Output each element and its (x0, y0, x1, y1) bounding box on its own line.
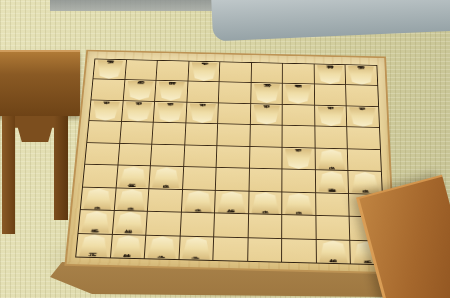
square-7c[interactable]: 歩兵 (154, 102, 186, 123)
piece-pawn-gote-2c[interactable]: 歩兵 (317, 106, 345, 126)
square-4g[interactable]: 歩兵 (249, 191, 282, 214)
piece-gold-sente-6i[interactable]: 金将 (181, 237, 211, 259)
piece-gold-gote-6a[interactable]: 金将 (190, 62, 218, 81)
piece-pawn-sente-3g[interactable]: 歩兵 (285, 193, 314, 214)
square-5i[interactable] (214, 237, 248, 261)
piece-stand-left-leg (54, 116, 68, 220)
square-7i[interactable]: 金将 (145, 235, 180, 259)
square-9a[interactable]: 香車 (93, 59, 125, 79)
square-5g[interactable]: 銀将 (215, 191, 248, 214)
piece-bishop-gote-4b[interactable]: 角行 (253, 84, 280, 103)
piece-pawn-gote-7c[interactable]: 歩兵 (156, 102, 185, 122)
square-5e[interactable] (217, 146, 249, 168)
square-6b[interactable] (187, 82, 219, 103)
piece-silver-sente-8h[interactable]: 銀将 (115, 212, 145, 234)
piece-rook-sente-2f[interactable]: 飛車 (318, 171, 347, 192)
piece-rook-gote-3b[interactable]: 飛車 (285, 85, 312, 104)
square-1d[interactable] (348, 127, 380, 149)
square-3g[interactable]: 歩兵 (283, 192, 316, 215)
square-8b[interactable]: 玉将 (123, 80, 155, 101)
square-9c[interactable]: 歩兵 (89, 100, 122, 121)
board-surface: 香車金将桂馬香車玉将銀将角行飛車歩兵歩兵歩兵歩兵歩兵歩兵歩兵歩兵歩兵角行歩兵飛車… (64, 50, 396, 274)
piece-knight-gote-2a[interactable]: 桂馬 (316, 65, 343, 84)
square-7a[interactable] (157, 61, 189, 81)
piece-silver-sente-5g[interactable]: 銀将 (217, 191, 246, 212)
square-9d[interactable] (87, 121, 120, 142)
square-4i[interactable] (248, 238, 282, 262)
square-5c[interactable] (218, 103, 250, 124)
square-5f[interactable] (216, 168, 249, 190)
piece-lance-gote-1a[interactable]: 香車 (348, 66, 376, 85)
square-4e[interactable] (250, 147, 282, 169)
square-2d[interactable] (315, 127, 347, 149)
square-8d[interactable] (120, 122, 153, 143)
square-1a[interactable]: 香車 (346, 65, 377, 85)
square-5h[interactable] (214, 213, 247, 236)
square-6d[interactable] (185, 124, 217, 145)
shogi-board: 香車金将桂馬香車玉将銀将角行飛車歩兵歩兵歩兵歩兵歩兵歩兵歩兵歩兵歩兵角行歩兵飛車… (64, 50, 396, 274)
square-4a[interactable] (251, 63, 282, 83)
piece-pawn-gote-3e[interactable]: 歩兵 (285, 148, 313, 169)
piece-pawn-gote-6c[interactable]: 歩兵 (188, 103, 216, 123)
square-9g[interactable]: 歩兵 (81, 187, 115, 210)
piece-stand-left-top (0, 50, 80, 116)
square-3b[interactable]: 飛車 (283, 84, 314, 105)
square-1b[interactable] (346, 85, 378, 106)
square-6i[interactable]: 金将 (179, 236, 213, 260)
square-7f[interactable]: 歩兵 (149, 166, 182, 188)
square-6e[interactable] (184, 145, 217, 167)
piece-stand-left (0, 50, 80, 240)
piece-pawn-sente-2e[interactable]: 歩兵 (317, 149, 345, 170)
square-3i[interactable] (282, 239, 315, 263)
piece-pawn-gote-8c[interactable]: 歩兵 (124, 102, 153, 122)
square-3a[interactable] (283, 64, 314, 84)
square-5d[interactable] (218, 124, 250, 145)
square-4h[interactable] (248, 214, 281, 237)
square-4d[interactable] (250, 125, 282, 146)
square-1f[interactable]: 歩兵 (349, 171, 382, 193)
square-7h[interactable] (146, 212, 180, 235)
square-2b[interactable] (315, 85, 346, 106)
square-9h[interactable]: 香車 (79, 210, 114, 233)
square-3f[interactable] (283, 170, 315, 192)
square-8e[interactable] (118, 144, 151, 166)
square-7g[interactable] (148, 189, 182, 212)
piece-lance-sente-9h[interactable]: 香車 (81, 211, 112, 233)
piece-gold-sente-7i[interactable]: 金将 (147, 236, 177, 258)
square-1c[interactable]: 歩兵 (347, 106, 379, 127)
shogi-photo-scene: 香車金将桂馬香車玉将銀将角行飛車歩兵歩兵歩兵歩兵歩兵歩兵歩兵歩兵歩兵角行歩兵飛車… (0, 0, 450, 298)
square-6c[interactable]: 歩兵 (186, 102, 218, 123)
piece-pawn-sente-4g[interactable]: 歩兵 (251, 192, 280, 213)
square-3d[interactable] (283, 126, 315, 148)
piece-pawn-sente-8g[interactable]: 歩兵 (116, 189, 146, 210)
square-7e[interactable] (151, 144, 184, 166)
square-3c[interactable] (283, 105, 314, 126)
square-9e[interactable] (85, 143, 119, 165)
piece-knight-sente-2i[interactable]: 桂馬 (319, 240, 349, 262)
floor-cushion (211, 0, 450, 41)
square-9b[interactable] (91, 80, 124, 101)
piece-pawn-sente-9g[interactable]: 歩兵 (83, 188, 113, 209)
piece-bishop-sente-8f[interactable]: 角行 (118, 166, 148, 187)
square-9f[interactable] (83, 165, 117, 187)
square-6g[interactable]: 歩兵 (182, 190, 215, 213)
piece-king-gote-8b[interactable]: 玉将 (125, 81, 153, 100)
square-7b[interactable]: 銀将 (155, 81, 187, 102)
square-2f[interactable]: 飛車 (316, 170, 349, 192)
square-3h[interactable] (282, 215, 315, 238)
square-1e[interactable] (348, 149, 381, 171)
square-3e[interactable]: 歩兵 (283, 148, 315, 170)
square-8f[interactable]: 角行 (116, 166, 150, 188)
square-2a[interactable]: 桂馬 (314, 64, 345, 84)
piece-pawn-gote-9c[interactable]: 歩兵 (91, 101, 120, 121)
square-9i[interactable]: 王将 (76, 234, 111, 258)
square-4b[interactable]: 角行 (251, 83, 282, 104)
square-2h[interactable] (316, 216, 349, 239)
square-8h[interactable]: 銀将 (112, 211, 146, 234)
square-8i[interactable]: 桂馬 (111, 234, 146, 258)
square-2g[interactable] (316, 193, 349, 216)
piece-king-sente-9i[interactable]: 王将 (78, 234, 109, 256)
square-5b[interactable] (219, 83, 250, 104)
square-4c[interactable]: 歩兵 (251, 104, 282, 125)
square-2e[interactable]: 歩兵 (315, 148, 347, 170)
square-4f[interactable] (249, 169, 281, 191)
piece-pawn-gote-4c[interactable]: 歩兵 (252, 105, 280, 125)
piece-stand-left-leg (2, 116, 15, 234)
piece-pawn-sente-6g[interactable]: 歩兵 (184, 190, 213, 211)
square-6f[interactable] (183, 167, 216, 189)
square-7d[interactable] (152, 123, 185, 144)
square-2c[interactable]: 歩兵 (315, 105, 347, 126)
piece-knight-sente-8i[interactable]: 桂馬 (113, 235, 144, 257)
piece-pawn-sente-7f[interactable]: 歩兵 (151, 167, 180, 188)
square-6h[interactable] (180, 213, 214, 236)
board-grid: 香車金将桂馬香車玉将銀将角行飛車歩兵歩兵歩兵歩兵歩兵歩兵歩兵歩兵歩兵角行歩兵飛車… (75, 59, 386, 266)
square-2i[interactable]: 桂馬 (317, 240, 351, 264)
square-8a[interactable] (125, 60, 157, 80)
square-5a[interactable] (220, 62, 251, 82)
square-8c[interactable]: 歩兵 (122, 101, 155, 122)
piece-pawn-sente-1f[interactable]: 歩兵 (351, 172, 380, 193)
piece-lance-gote-9a[interactable]: 香車 (95, 60, 123, 79)
square-6a[interactable]: 金将 (188, 61, 219, 81)
piece-pawn-gote-1c[interactable]: 歩兵 (349, 107, 377, 127)
square-8g[interactable]: 歩兵 (114, 188, 148, 211)
piece-silver-gote-7b[interactable]: 銀将 (157, 82, 185, 101)
